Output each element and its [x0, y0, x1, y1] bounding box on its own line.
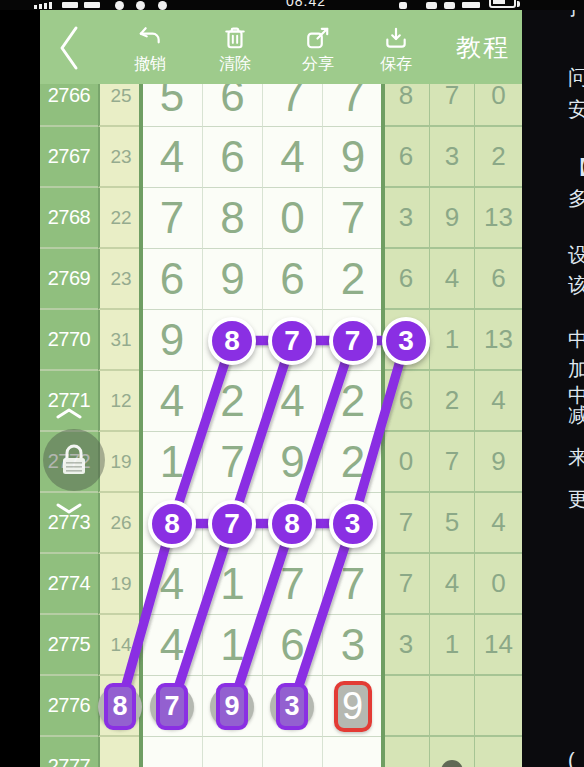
mark-square-red-2776-d4[interactable]: 9 [334, 681, 372, 732]
stat-cell-2767-g1[interactable]: 6 [383, 127, 429, 188]
stat-cell-2768-g2[interactable]: 9 [429, 188, 474, 249]
digit-cell-2769-d1[interactable]: 6 [142, 249, 202, 310]
digit-cell-2774-d2[interactable]: 1 [202, 554, 262, 615]
sum-cell-2773[interactable]: 26 [98, 493, 142, 554]
digit-cell-2769-d3[interactable]: 6 [262, 249, 322, 310]
table-row: 27751441633114 [40, 615, 522, 676]
mark-circle-2770-d2[interactable]: 8 [208, 317, 256, 365]
signal-bars-icon [39, 4, 42, 9]
stat-cell-2777-g3[interactable] [474, 737, 522, 767]
stat-cell-2769-g1[interactable]: 6 [383, 249, 429, 310]
clipped-char: 中 [568, 326, 584, 353]
sum-cell-2770[interactable]: 31 [98, 310, 142, 371]
clipped-char: 来 [568, 444, 584, 471]
stat-cell-2768-g3[interactable]: 13 [474, 188, 522, 249]
mark-circle-2773-d1[interactable]: 8 [148, 500, 196, 548]
digit-cell-2777-d1[interactable] [142, 737, 202, 767]
clipped-char: 多 [568, 185, 584, 212]
section-border [381, 84, 385, 767]
digit-cell-2772-d2[interactable]: 7 [202, 432, 262, 493]
stat-cell-2776-g2[interactable] [429, 676, 474, 737]
save-label: 保存 [380, 54, 412, 75]
network-text-fragment [84, 2, 100, 8]
issue-label-2770: 2770 [40, 310, 98, 371]
battery-icon [489, 0, 516, 8]
sum-cell-2768[interactable]: 22 [98, 188, 142, 249]
sum-cell-2775[interactable]: 14 [98, 615, 142, 676]
status-time: 08:42 [286, 0, 326, 9]
digit-cell-2777-d2[interactable] [202, 737, 262, 767]
download-save-icon [383, 25, 409, 51]
undo-label: 撤销 [134, 54, 166, 75]
digit-cell-2768-d3[interactable]: 0 [262, 188, 322, 249]
stat-cell-2772-g3[interactable]: 9 [474, 432, 522, 493]
lock-row-button[interactable] [43, 429, 105, 491]
undo-button[interactable]: 撤销 [118, 25, 182, 79]
mark-circle-2773-d4[interactable]: 3 [329, 500, 377, 548]
location-icon [399, 2, 407, 9]
digit-cell-2768-d4[interactable]: 7 [322, 188, 383, 249]
stat-cell-2775-g1[interactable]: 3 [383, 615, 429, 676]
stat-cell-2776-g1[interactable] [383, 676, 429, 737]
mark-circle-2770-d4[interactable]: 7 [329, 317, 377, 365]
clipped-char: 问 [568, 64, 584, 91]
stat-cell-2774-g1[interactable]: 7 [383, 554, 429, 615]
mark-circle-2770-d3[interactable]: 7 [268, 317, 316, 365]
table-row: 27682278073913 [40, 188, 522, 249]
stat-cell-2772-g2[interactable]: 7 [429, 432, 474, 493]
digit-cell-2769-d4[interactable]: 2 [322, 249, 383, 310]
clear-label: 清除 [219, 54, 251, 75]
digit-cell-2774-d1[interactable]: 4 [142, 554, 202, 615]
stat-cell-2773-g3[interactable]: 4 [474, 493, 522, 554]
stat-cell-2774-g3[interactable]: 0 [474, 554, 522, 615]
notification-icon [136, 1, 145, 10]
issue-label-2769: 2769 [40, 249, 98, 310]
digit-cell-2771-d1[interactable]: 4 [142, 371, 202, 432]
stat-cell-2770-g3[interactable]: 13 [474, 310, 522, 371]
stat-cell-2773-g2[interactable]: 5 [429, 493, 474, 554]
stat-cell-2767-g2[interactable]: 3 [429, 127, 474, 188]
lock-icon [57, 442, 91, 478]
mark-square-2776-sum[interactable]: 8 [104, 683, 136, 730]
signal-bars-icon [49, 2, 52, 9]
stat-cell-2771-g1[interactable]: 6 [383, 371, 429, 432]
stat-cell-2773-g1[interactable]: 7 [383, 493, 429, 554]
stat-cell-2777-g1[interactable] [383, 737, 429, 767]
trash-icon [222, 25, 248, 51]
mark-circle-2773-d3[interactable]: 8 [268, 500, 316, 548]
share-button[interactable]: 分享 [286, 25, 350, 79]
mark-circle-2770-g1[interactable]: 3 [382, 317, 430, 365]
mark-square-2776-d3[interactable]: 3 [276, 683, 308, 730]
sum-cell-2771[interactable]: 12 [98, 371, 142, 432]
issue-label-2775: 2775 [40, 615, 98, 676]
digit-cell-2767-d1[interactable]: 4 [142, 127, 202, 188]
digit-cell-2769-d2[interactable]: 9 [202, 249, 262, 310]
issue-label-2776: 2776 [40, 676, 98, 737]
stat-cell-2769-g3[interactable]: 6 [474, 249, 522, 310]
digit-cell-2775-d2[interactable]: 1 [202, 615, 262, 676]
stat-cell-2775-g2[interactable]: 1 [429, 615, 474, 676]
wifi-icon [444, 2, 455, 9]
stat-cell-2774-g2[interactable]: 4 [429, 554, 474, 615]
clipped-char: 扌 [568, 10, 584, 21]
section-border [139, 84, 143, 767]
mark-square-2776-d1[interactable]: 7 [156, 683, 188, 730]
stat-cell-2767-g3[interactable]: 2 [474, 127, 522, 188]
network-text-fragment [62, 2, 78, 8]
stat-cell-2771-g2[interactable]: 2 [429, 371, 474, 432]
wifi-icon [426, 2, 437, 9]
stat-cell-2771-g3[interactable]: 4 [474, 371, 522, 432]
digit-cell-2768-d1[interactable]: 7 [142, 188, 202, 249]
digit-cell-2767-d3[interactable]: 4 [262, 127, 322, 188]
toolbar: 撤销 清除 分享 保存 教程 [40, 10, 522, 84]
digit-cell-2767-d2[interactable]: 6 [202, 127, 262, 188]
table-row: 2771124242624 [40, 371, 522, 432]
notification-icon [115, 1, 124, 10]
digit-cell-2775-d4[interactable]: 3 [322, 615, 383, 676]
clipped-char: 减 [568, 402, 584, 429]
share-label: 分享 [302, 54, 334, 75]
digit-cell-2772-d3[interactable]: 9 [262, 432, 322, 493]
chevron-up-icon[interactable] [55, 405, 83, 423]
stat-cell-2772-g1[interactable]: 0 [383, 432, 429, 493]
table-row: 2769236962646 [40, 249, 522, 310]
digit-cell-2777-d4[interactable] [322, 737, 383, 767]
table-row: 2767234649632 [40, 127, 522, 188]
sum-cell-2767[interactable]: 23 [98, 127, 142, 188]
percent-text-fragment [462, 2, 480, 8]
issue-label-2774: 2774 [40, 554, 98, 615]
sum-cell-2777[interactable] [98, 737, 142, 767]
digit-cell-2775-d1[interactable]: 4 [142, 615, 202, 676]
sum-cell-2774[interactable]: 19 [98, 554, 142, 615]
clipped-char: 该 [568, 272, 584, 299]
signal-bars-icon [34, 5, 37, 9]
notification-icon [158, 1, 167, 10]
digit-cell-2772-d1[interactable]: 1 [142, 432, 202, 493]
save-button[interactable]: 保存 [364, 25, 428, 79]
stat-cell-2775-g3[interactable]: 14 [474, 615, 522, 676]
clipped-char: 【 [568, 154, 584, 181]
issue-label-2767: 2767 [40, 127, 98, 188]
back-chevron-icon [54, 24, 86, 72]
stat-cell-2770-g2[interactable]: 1 [429, 310, 474, 371]
clipped-char: 加 [568, 356, 584, 383]
issue-label-2768: 2768 [40, 188, 98, 249]
mark-circle-2773-d2[interactable]: 7 [208, 500, 256, 548]
table-row: 2772191792079 [40, 432, 522, 493]
table-row: 2774194177740 [40, 554, 522, 615]
digit-cell-2771-d4[interactable]: 2 [322, 371, 383, 432]
digit-cell-2768-d2[interactable]: 8 [202, 188, 262, 249]
clear-button[interactable]: 清除 [203, 25, 267, 79]
right-clipped-panel: 扌问安【多设该中加中减来更( [522, 10, 584, 767]
mark-square-2776-d2[interactable]: 9 [216, 683, 248, 730]
clipped-char: 安 [568, 96, 584, 123]
back-button[interactable] [54, 24, 86, 72]
sum-cell-2769[interactable]: 23 [98, 249, 142, 310]
signal-bars-icon [44, 3, 47, 9]
stat-cell-2768-g1[interactable]: 3 [383, 188, 429, 249]
stat-cell-2769-g2[interactable]: 4 [429, 249, 474, 310]
status-bar: 08:42 [0, 0, 584, 10]
share-icon [305, 25, 331, 51]
digit-cell-2770-d1[interactable]: 9 [142, 310, 202, 371]
stat-cell-2776-g3[interactable] [474, 676, 522, 737]
issue-label-2777: 2777 [40, 737, 98, 767]
digit-cell-2774-d3[interactable]: 7 [262, 554, 322, 615]
digit-cell-2772-d4[interactable]: 2 [322, 432, 383, 493]
digit-cell-2777-d3[interactable] [262, 737, 322, 767]
digit-cell-2771-d2[interactable]: 2 [202, 371, 262, 432]
tutorial-button[interactable]: 教程 [444, 10, 522, 84]
clipped-char: 更 [568, 486, 584, 513]
digit-cell-2767-d4[interactable]: 9 [322, 127, 383, 188]
clipped-char: ( [568, 749, 584, 767]
clipped-char: 设 [568, 242, 584, 269]
digit-cell-2775-d3[interactable]: 6 [262, 615, 322, 676]
chevron-down-icon[interactable] [55, 500, 83, 518]
battery-cap-icon [517, 1, 520, 7]
digit-cell-2774-d4[interactable]: 7 [322, 554, 383, 615]
digit-cell-2771-d3[interactable]: 4 [262, 371, 322, 432]
undo-icon [137, 25, 163, 51]
